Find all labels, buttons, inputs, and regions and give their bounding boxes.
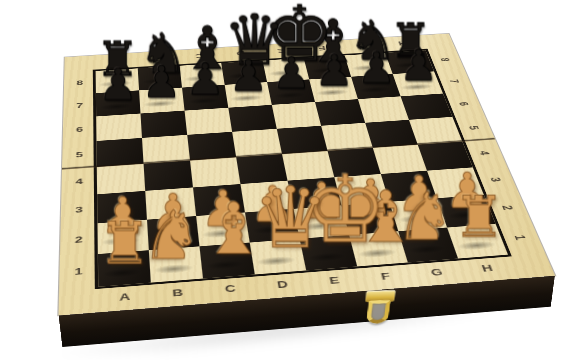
- square-h7[interactable]: [393, 71, 443, 96]
- square-h6[interactable]: [401, 94, 453, 120]
- square-e5[interactable]: [277, 126, 328, 154]
- clasp-latch: [358, 290, 399, 333]
- square-f8[interactable]: [304, 55, 351, 79]
- square-e6[interactable]: [272, 102, 321, 129]
- square-c7[interactable]: [182, 85, 228, 111]
- square-d7[interactable]: [225, 82, 272, 108]
- square-c6[interactable]: [185, 108, 233, 135]
- square-d8[interactable]: [221, 61, 267, 85]
- square-b8[interactable]: [138, 66, 182, 91]
- square-b7[interactable]: [139, 88, 184, 114]
- chessboard-3d: ABCDEFGHABCDEFGH8765432187654321 ♜♞♝♛♚♝♞…: [59, 34, 556, 316]
- scene: ABCDEFGHABCDEFGH8765432187654321 ♜♞♝♛♚♝♞…: [0, 0, 580, 360]
- piece-white-rook-a1[interactable]: ♜: [98, 214, 150, 272]
- square-a6[interactable]: [96, 114, 142, 141]
- square-a7[interactable]: [96, 90, 141, 116]
- square-e8[interactable]: [263, 58, 310, 82]
- square-d5[interactable]: [232, 129, 282, 157]
- square-e7[interactable]: [267, 79, 315, 104]
- square-d6[interactable]: [228, 105, 276, 132]
- clasp-loop: [365, 300, 390, 324]
- rank-label-left-6: 6: [68, 125, 92, 134]
- square-a8[interactable]: [96, 68, 139, 93]
- square-f7[interactable]: [309, 77, 358, 102]
- square-h5[interactable]: [409, 117, 462, 145]
- square-h8[interactable]: [385, 50, 434, 74]
- piece-white-bishop-c1[interactable]: ♝: [202, 193, 253, 264]
- square-b6[interactable]: [140, 111, 187, 138]
- square-f6[interactable]: [315, 99, 365, 126]
- piece-white-knight-b1[interactable]: ♞: [150, 201, 202, 268]
- piece-white-rook-h1[interactable]: ♜: [453, 188, 503, 245]
- square-c8[interactable]: [180, 63, 225, 87]
- rank-label-left-7: 7: [68, 101, 91, 110]
- rank-label-left-8: 8: [69, 79, 91, 87]
- square-f5[interactable]: [321, 123, 373, 151]
